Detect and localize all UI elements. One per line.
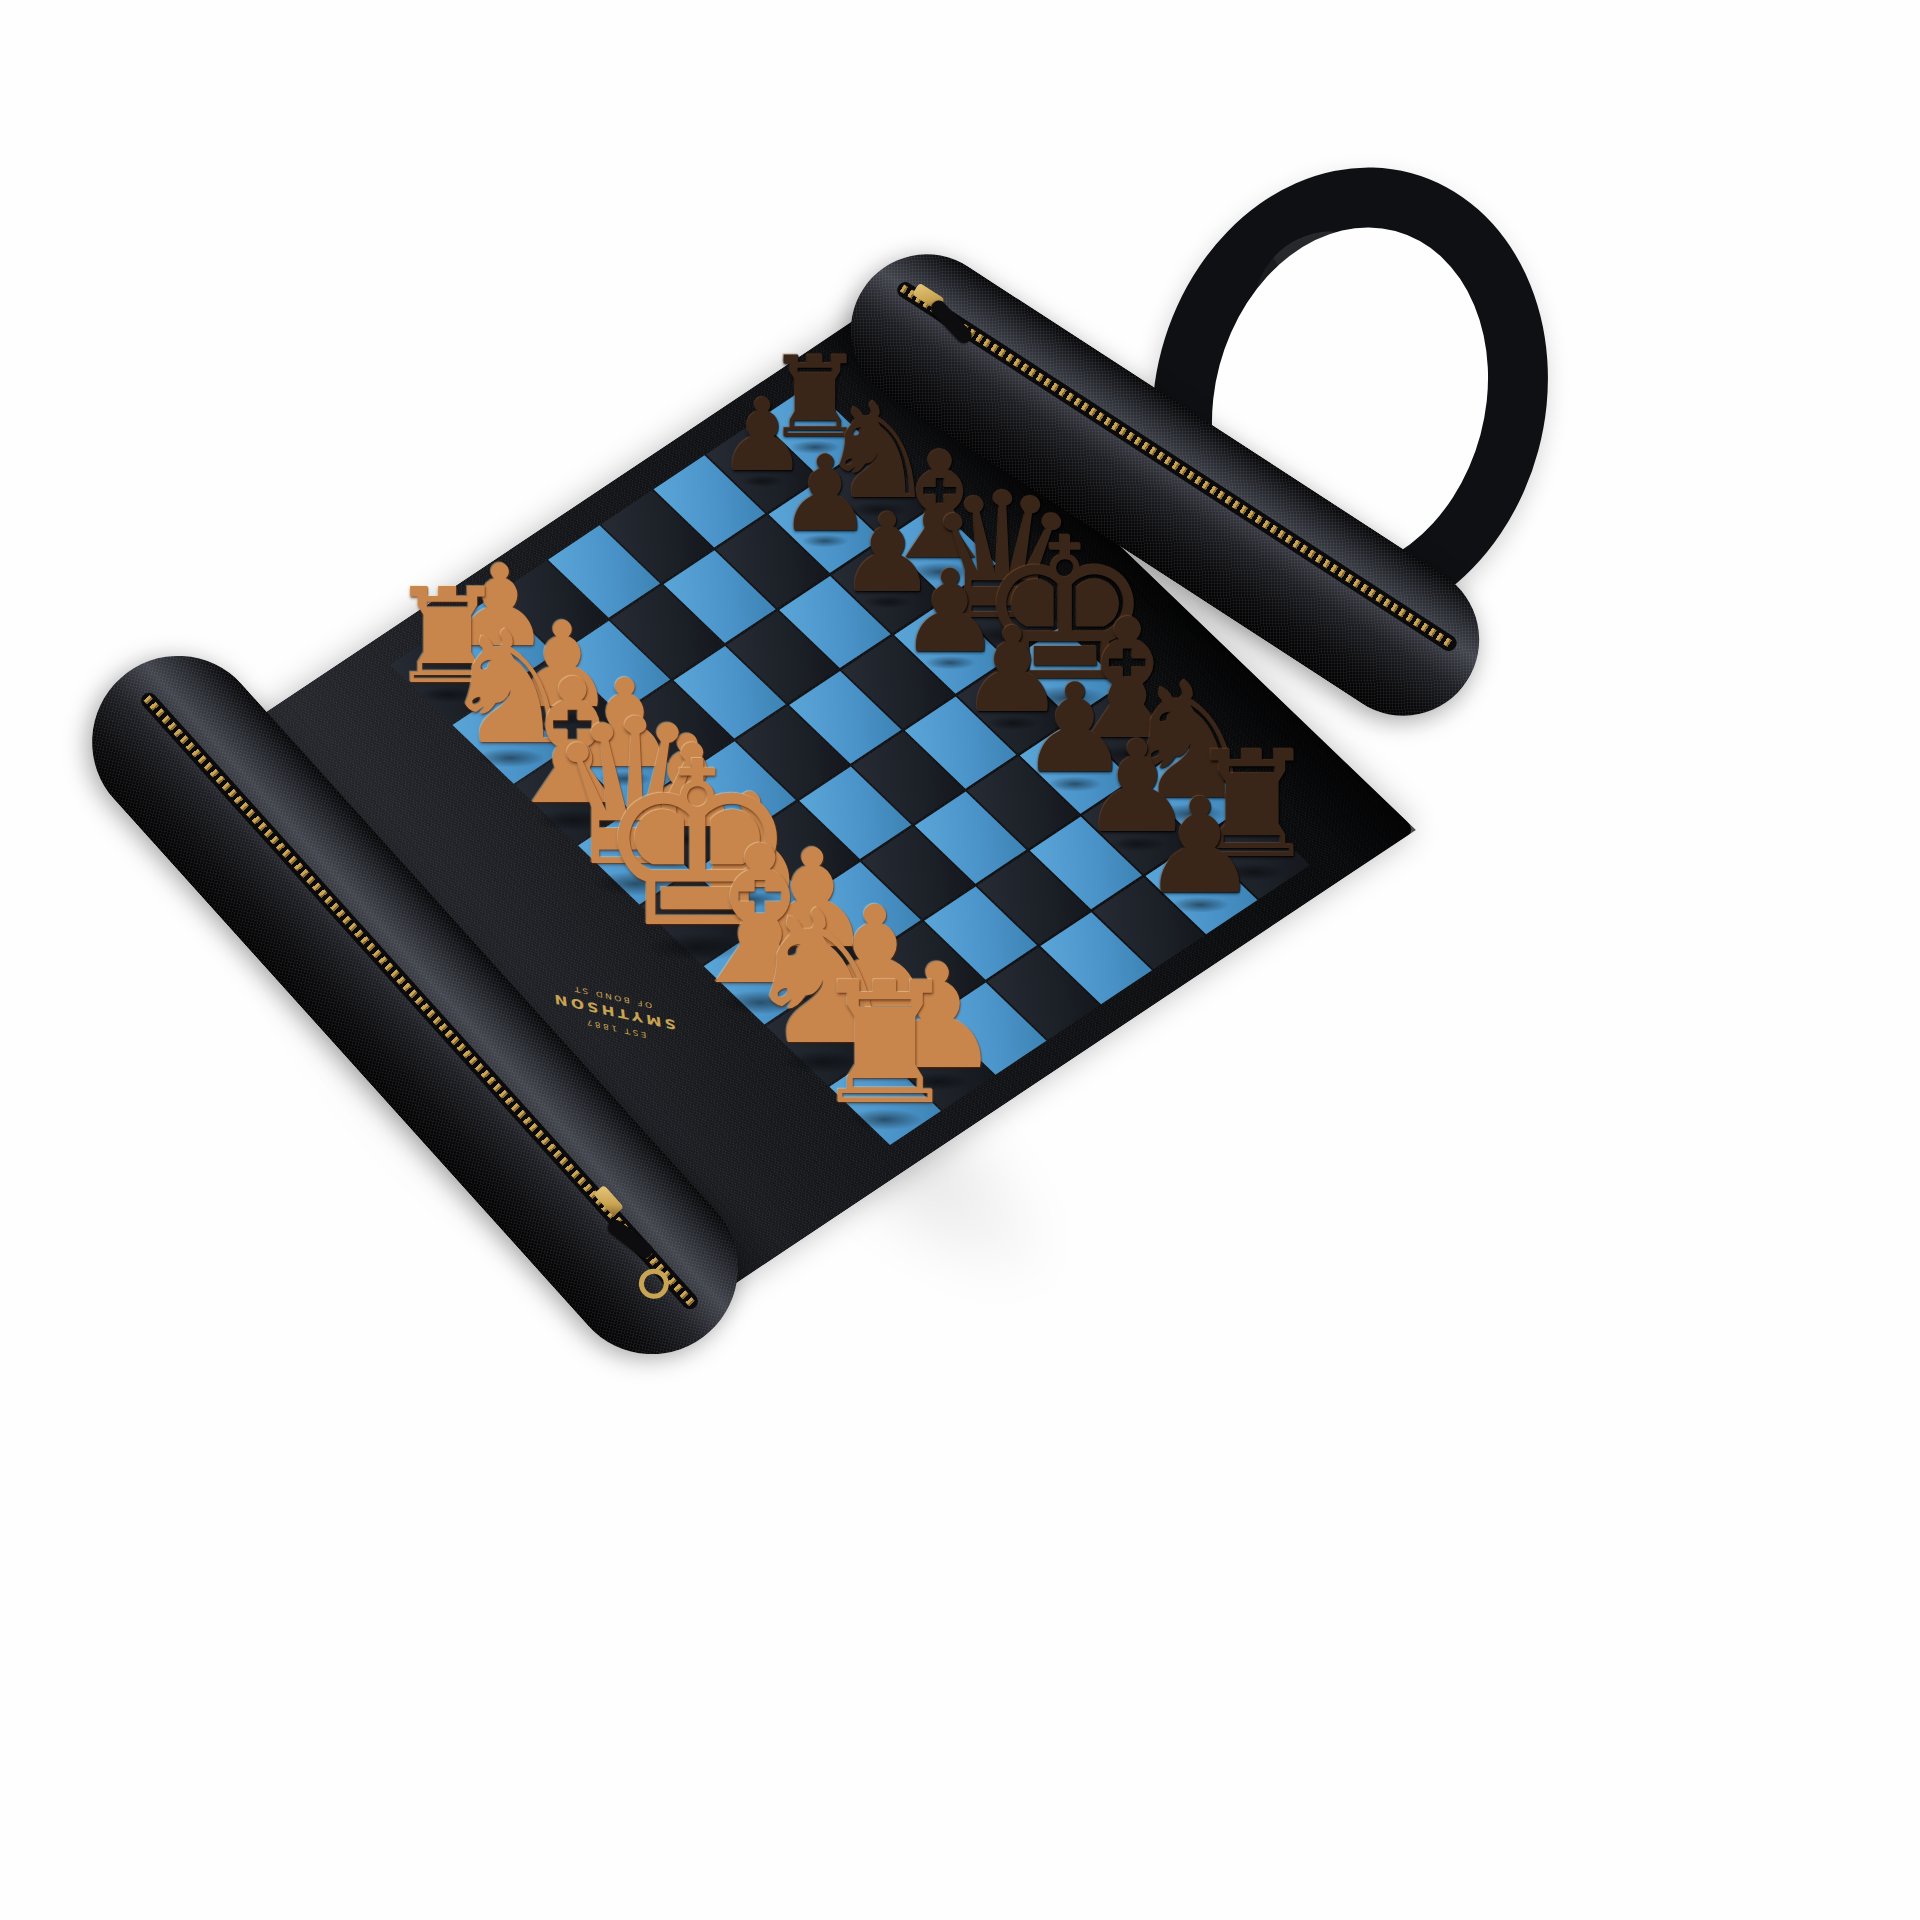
piece-black-pawn-h7[interactable]: ♟ (1141, 779, 1259, 911)
piece-layer: ♜♟♞♟♝♟♛♟♟♚♜♟♟♝♞♟♟♞♝♟♟♜♛♟♟♚♟♝♟♞♟♜ (0, 0, 1920, 1920)
piece-white-rook-h1[interactable]: ♜ (810, 960, 961, 1128)
chess-roll-scene: EST 1887 SMYTHSON OF BOND ST ♜♟♞♟♝♟♛♟♟♚♜… (0, 0, 1920, 1920)
